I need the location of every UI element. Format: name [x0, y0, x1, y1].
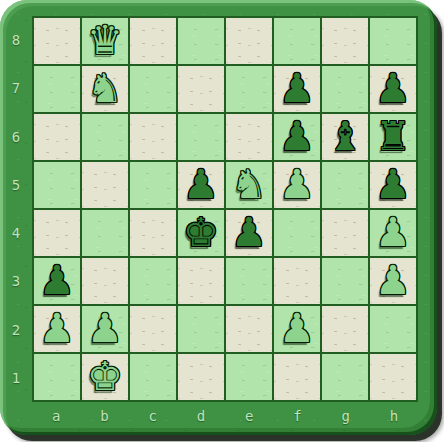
board-frame: 87654321 abcdefgh ♛♞♟♟♟♝♜♟♞♟♟♚♟♟♟♟♟♟♟♚: [0, 0, 437, 435]
square-a4[interactable]: [34, 210, 80, 256]
piece-white-pawn[interactable]: ♟: [375, 260, 411, 300]
rank-label-1: 1: [0, 354, 32, 402]
square-f8[interactable]: [274, 18, 320, 64]
piece-white-pawn[interactable]: ♟: [279, 164, 315, 204]
rank-label-4: 4: [0, 209, 32, 257]
piece-black-pawn[interactable]: ♟: [279, 116, 315, 156]
square-g2[interactable]: [322, 306, 368, 352]
square-c4[interactable]: [130, 210, 176, 256]
square-e5[interactable]: ♞: [226, 162, 272, 208]
square-g4[interactable]: [322, 210, 368, 256]
rank-label-5: 5: [0, 161, 32, 209]
file-label-g: g: [322, 402, 370, 430]
square-g6[interactable]: ♝: [322, 114, 368, 160]
square-g8[interactable]: [322, 18, 368, 64]
square-a1[interactable]: [34, 354, 80, 400]
square-h4[interactable]: ♟: [370, 210, 416, 256]
piece-black-pawn[interactable]: ♟: [39, 260, 75, 300]
square-d6[interactable]: [178, 114, 224, 160]
square-h8[interactable]: [370, 18, 416, 64]
file-label-e: e: [225, 402, 273, 430]
square-g7[interactable]: [322, 66, 368, 112]
file-labels: abcdefgh: [32, 402, 418, 430]
square-d5[interactable]: ♟: [178, 162, 224, 208]
square-h1[interactable]: [370, 354, 416, 400]
square-a7[interactable]: [34, 66, 80, 112]
square-b6[interactable]: [82, 114, 128, 160]
square-g3[interactable]: [322, 258, 368, 304]
piece-black-pawn[interactable]: ♟: [183, 164, 219, 204]
square-a5[interactable]: [34, 162, 80, 208]
file-label-d: d: [177, 402, 225, 430]
square-c7[interactable]: [130, 66, 176, 112]
square-f6[interactable]: ♟: [274, 114, 320, 160]
square-e2[interactable]: [226, 306, 272, 352]
square-c6[interactable]: [130, 114, 176, 160]
square-c8[interactable]: [130, 18, 176, 64]
rank-label-3: 3: [0, 257, 32, 305]
piece-white-knight[interactable]: ♞: [87, 68, 123, 108]
square-f4[interactable]: [274, 210, 320, 256]
square-h7[interactable]: ♟: [370, 66, 416, 112]
square-e4[interactable]: ♟: [226, 210, 272, 256]
rank-label-7: 7: [0, 64, 32, 112]
chess-board: ♛♞♟♟♟♝♜♟♞♟♟♚♟♟♟♟♟♟♟♚: [32, 16, 418, 402]
rank-label-8: 8: [0, 16, 32, 64]
file-label-c: c: [129, 402, 177, 430]
square-h2[interactable]: [370, 306, 416, 352]
piece-white-pawn[interactable]: ♟: [279, 308, 315, 348]
chess-app-window: 87654321 abcdefgh ♛♞♟♟♟♝♜♟♞♟♟♚♟♟♟♟♟♟♟♚: [0, 0, 444, 442]
square-f2[interactable]: ♟: [274, 306, 320, 352]
piece-white-king[interactable]: ♚: [87, 356, 123, 396]
square-b5[interactable]: [82, 162, 128, 208]
square-e8[interactable]: [226, 18, 272, 64]
square-f7[interactable]: ♟: [274, 66, 320, 112]
piece-black-pawn[interactable]: ♟: [231, 212, 267, 252]
square-c5[interactable]: [130, 162, 176, 208]
piece-white-pawn[interactable]: ♟: [39, 308, 75, 348]
piece-black-king[interactable]: ♚: [183, 212, 219, 252]
piece-white-pawn[interactable]: ♟: [87, 308, 123, 348]
square-b4[interactable]: [82, 210, 128, 256]
piece-black-bishop[interactable]: ♝: [327, 116, 363, 156]
square-d7[interactable]: [178, 66, 224, 112]
square-b3[interactable]: [82, 258, 128, 304]
file-label-a: a: [32, 402, 80, 430]
square-d2[interactable]: [178, 306, 224, 352]
square-h3[interactable]: ♟: [370, 258, 416, 304]
square-d1[interactable]: [178, 354, 224, 400]
rank-labels: 87654321: [0, 16, 32, 402]
square-b2[interactable]: ♟: [82, 306, 128, 352]
piece-white-queen[interactable]: ♛: [87, 20, 123, 60]
piece-white-pawn[interactable]: ♟: [375, 212, 411, 252]
square-f3[interactable]: [274, 258, 320, 304]
piece-black-pawn[interactable]: ♟: [279, 68, 315, 108]
square-h6[interactable]: ♜: [370, 114, 416, 160]
square-b8[interactable]: ♛: [82, 18, 128, 64]
square-e3[interactable]: [226, 258, 272, 304]
square-d8[interactable]: [178, 18, 224, 64]
square-g1[interactable]: [322, 354, 368, 400]
file-label-h: h: [370, 402, 418, 430]
square-f1[interactable]: [274, 354, 320, 400]
piece-black-pawn[interactable]: ♟: [375, 164, 411, 204]
file-label-b: b: [80, 402, 128, 430]
piece-white-knight[interactable]: ♞: [231, 164, 267, 204]
square-g5[interactable]: [322, 162, 368, 208]
square-d4[interactable]: ♚: [178, 210, 224, 256]
square-c3[interactable]: [130, 258, 176, 304]
square-c2[interactable]: [130, 306, 176, 352]
square-c1[interactable]: [130, 354, 176, 400]
square-a3[interactable]: ♟: [34, 258, 80, 304]
square-d3[interactable]: [178, 258, 224, 304]
rank-label-6: 6: [0, 113, 32, 161]
square-e7[interactable]: [226, 66, 272, 112]
square-a6[interactable]: [34, 114, 80, 160]
square-e1[interactable]: [226, 354, 272, 400]
square-b7[interactable]: ♞: [82, 66, 128, 112]
rank-label-2: 2: [0, 306, 32, 354]
square-a2[interactable]: ♟: [34, 306, 80, 352]
square-b1[interactable]: ♚: [82, 354, 128, 400]
square-h5[interactable]: ♟: [370, 162, 416, 208]
piece-black-rook[interactable]: ♜: [375, 116, 411, 156]
square-a8[interactable]: [34, 18, 80, 64]
piece-black-pawn[interactable]: ♟: [375, 68, 411, 108]
file-label-f: f: [273, 402, 321, 430]
square-f5[interactable]: ♟: [274, 162, 320, 208]
square-e6[interactable]: [226, 114, 272, 160]
